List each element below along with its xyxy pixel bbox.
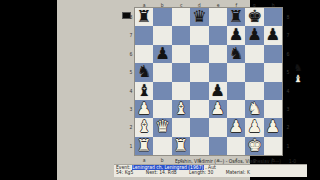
square-d2[interactable] <box>190 118 208 136</box>
black-king: ♚ <box>245 8 263 26</box>
black-pawn: ♟ <box>245 26 263 44</box>
square-c2[interactable] <box>172 118 190 136</box>
square-h6[interactable] <box>264 45 282 63</box>
square-e5[interactable] <box>209 63 227 81</box>
square-f2[interactable]: ♟ <box>227 118 245 136</box>
square-f5[interactable] <box>227 63 245 81</box>
rank-label-7: 7 <box>286 31 290 39</box>
black-knight: ♞ <box>135 63 153 81</box>
square-a6[interactable] <box>135 45 153 63</box>
black-pawn: ♟ <box>227 26 245 44</box>
next-move: Next: 14. Rd8 <box>146 170 177 175</box>
file-label-b: b <box>158 157 166 162</box>
white-player-rating: (----) <box>214 159 224 164</box>
rank-label-7: 7 <box>129 31 133 39</box>
captured-black-knight-icon: ♞ <box>292 62 304 73</box>
square-c7[interactable] <box>172 26 190 44</box>
captured-white-bishop-icon: ♝ <box>292 73 304 84</box>
square-a1[interactable]: ♜ <box>135 137 153 155</box>
rank-label-8: 8 <box>129 13 133 21</box>
square-d4[interactable] <box>190 82 208 100</box>
square-f4[interactable] <box>227 82 245 100</box>
event-value-highlighted: Leningrad ch, Leningrad (1967) <box>132 165 204 170</box>
square-g5[interactable] <box>245 63 263 81</box>
white-rook: ♜ <box>135 137 153 155</box>
black-player-rating: (----) <box>271 159 281 164</box>
square-f8[interactable]: ♜ <box>227 8 245 26</box>
rank-label-4: 4 <box>286 87 290 95</box>
square-e1[interactable] <box>209 137 227 155</box>
event-suffix: , Aut <box>205 165 216 170</box>
white-bishop: ♝ <box>172 100 190 118</box>
square-c5[interactable] <box>172 63 190 81</box>
rank-label-6: 6 <box>286 50 290 58</box>
square-b8[interactable] <box>153 8 171 26</box>
white-rook: ♜ <box>172 137 190 155</box>
square-d5[interactable] <box>190 63 208 81</box>
square-h1[interactable] <box>264 137 282 155</box>
event-label: Event: <box>116 165 130 170</box>
black-pawn: ♟ <box>264 26 282 44</box>
game-title-line: Epishin, Vladimir (----) - Osnos, Viache… <box>175 159 296 164</box>
square-a3[interactable]: ♟ <box>135 100 153 118</box>
event-line: Event: Leningrad ch, Leningrad (1967) , … <box>116 165 216 170</box>
square-g7[interactable]: ♟ <box>245 26 263 44</box>
current-move: 54: Kg5 <box>116 170 133 175</box>
square-b7[interactable] <box>153 26 171 44</box>
square-d1[interactable] <box>190 137 208 155</box>
white-pawn: ♟ <box>245 118 263 136</box>
board-panel: abcdefgh abcdefgh 87654321 87654321 ♜♛♜♚… <box>57 0 250 180</box>
square-b4[interactable] <box>153 82 171 100</box>
move-info-line: 54: Kg5 Next: 14. Rd8 Length: 30 Materia… <box>116 170 250 175</box>
rank-label-3: 3 <box>129 105 133 113</box>
rank-labels-left: 87654321 <box>127 8 135 155</box>
square-h4[interactable] <box>264 82 282 100</box>
square-h5[interactable] <box>264 63 282 81</box>
square-a2[interactable]: ♝ <box>135 118 153 136</box>
rank-label-5: 5 <box>286 68 290 76</box>
file-label-a: a <box>140 157 148 162</box>
square-a5[interactable]: ♞ <box>135 63 153 81</box>
square-c8[interactable] <box>172 8 190 26</box>
square-f7[interactable]: ♟ <box>227 26 245 44</box>
square-b1[interactable] <box>153 137 171 155</box>
white-knight: ♞ <box>245 100 263 118</box>
white-bishop: ♝ <box>135 118 153 136</box>
rank-label-3: 3 <box>286 105 290 113</box>
square-e3[interactable]: ♟ <box>209 100 227 118</box>
square-b2[interactable]: ♛ <box>153 118 171 136</box>
rank-label-6: 6 <box>129 50 133 58</box>
square-c1[interactable]: ♜ <box>172 137 190 155</box>
players-separator: - <box>226 159 228 164</box>
square-a8[interactable]: ♜ <box>135 8 153 26</box>
black-queen: ♛ <box>190 8 208 26</box>
square-b5[interactable] <box>153 63 171 81</box>
black-rook: ♜ <box>135 8 153 26</box>
rank-label-2: 2 <box>286 123 290 131</box>
square-g6[interactable] <box>245 45 263 63</box>
white-king: ♚ <box>245 137 263 155</box>
square-d7[interactable] <box>190 26 208 44</box>
square-f6[interactable]: ♞ <box>227 45 245 63</box>
square-h3[interactable] <box>264 100 282 118</box>
material-tray: ♞ ♝ <box>292 62 304 84</box>
square-b6[interactable]: ♟ <box>153 45 171 63</box>
black-knight: ♞ <box>227 45 245 63</box>
white-pawn: ♟ <box>264 118 282 136</box>
square-g8[interactable]: ♚ <box>245 8 263 26</box>
white-pawn: ♟ <box>227 118 245 136</box>
square-h2[interactable]: ♟ <box>264 118 282 136</box>
material-balance: Material: K <box>226 170 250 175</box>
white-queen: ♛ <box>153 118 171 136</box>
black-pawn: ♟ <box>209 82 227 100</box>
square-g4[interactable] <box>245 82 263 100</box>
square-e4[interactable]: ♟ <box>209 82 227 100</box>
square-e6[interactable] <box>209 45 227 63</box>
rank-label-8: 8 <box>286 13 290 21</box>
square-h8[interactable] <box>264 8 282 26</box>
black-player-name: Osnos, Viacheslav <box>229 159 270 164</box>
rank-labels-right: 87654321 <box>284 8 292 155</box>
game-result: 1-0 <box>289 159 296 164</box>
square-b3[interactable] <box>153 100 171 118</box>
square-c3[interactable]: ♝ <box>172 100 190 118</box>
rank-label-1: 1 <box>286 142 290 150</box>
square-g3[interactable]: ♞ <box>245 100 263 118</box>
square-g2[interactable]: ♟ <box>245 118 263 136</box>
rank-label-4: 4 <box>129 87 133 95</box>
square-c4[interactable] <box>172 82 190 100</box>
rank-label-5: 5 <box>129 68 133 76</box>
rank-label-2: 2 <box>129 123 133 131</box>
square-e2[interactable] <box>209 118 227 136</box>
square-g1[interactable]: ♚ <box>245 137 263 155</box>
white-pawn: ♟ <box>209 100 227 118</box>
rank-label-1: 1 <box>129 142 133 150</box>
video-frame: abcdefgh abcdefgh 87654321 87654321 ♜♛♜♚… <box>0 0 320 180</box>
black-pawn: ♟ <box>153 45 171 63</box>
black-rook: ♜ <box>227 8 245 26</box>
black-bishop: ♝ <box>135 82 153 100</box>
square-a4[interactable]: ♝ <box>135 82 153 100</box>
square-f3[interactable] <box>227 100 245 118</box>
square-d8[interactable]: ♛ <box>190 8 208 26</box>
square-e8[interactable] <box>209 8 227 26</box>
white-pawn: ♟ <box>135 100 153 118</box>
square-d3[interactable] <box>190 100 208 118</box>
chess-board: ♜♛♜♚♟♟♟♟♞♞♝♟♟♝♟♞♝♛♟♟♟♜♜♚ <box>135 8 282 155</box>
game-length: Length: 30 <box>189 170 213 175</box>
square-a7[interactable] <box>135 26 153 44</box>
square-c6[interactable] <box>172 45 190 63</box>
square-d6[interactable] <box>190 45 208 63</box>
square-e7[interactable] <box>209 26 227 44</box>
square-f1[interactable] <box>227 137 245 155</box>
square-h7[interactable]: ♟ <box>264 26 282 44</box>
white-player-name: Epishin, Vladimir <box>175 159 213 164</box>
